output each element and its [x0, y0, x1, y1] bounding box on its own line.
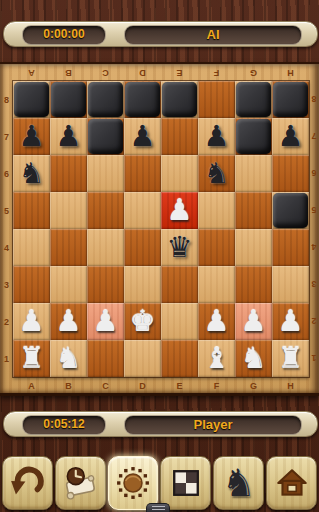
file-labels-bottom: ABCDEFGH [13, 378, 309, 393]
square-b5[interactable] [50, 192, 87, 229]
square-d1[interactable] [124, 340, 161, 377]
file-label-B: B [50, 378, 87, 393]
piece-black-pawn: ♟ [124, 118, 161, 155]
square-h7[interactable]: ♟ [272, 118, 309, 155]
file-label-G: G [235, 378, 272, 393]
square-c5[interactable] [87, 192, 124, 229]
square-g5[interactable] [235, 192, 272, 229]
fog-tile [236, 119, 271, 154]
file-label-A: A [13, 378, 50, 393]
square-e7[interactable] [161, 118, 198, 155]
rank-label-7: 7 [309, 118, 319, 155]
rank-label-1: 1 [0, 340, 13, 377]
square-h8[interactable] [272, 81, 309, 118]
square-e1[interactable] [161, 340, 198, 377]
square-e8[interactable] [161, 81, 198, 118]
square-g8[interactable] [235, 81, 272, 118]
piece-white-king: ♚ [124, 303, 161, 340]
fog-tile [236, 82, 271, 117]
piece-black-pawn: ♟ [13, 118, 50, 155]
fog-tile [88, 82, 123, 117]
file-label-E: E [161, 66, 198, 80]
piece-white-pawn: ♟ [198, 303, 235, 340]
square-h5[interactable] [272, 192, 309, 229]
piece-white-pawn: ♟ [13, 303, 50, 340]
square-c8[interactable] [87, 81, 124, 118]
file-label-H: H [272, 378, 309, 393]
piece-black-knight: ♞ [198, 155, 235, 192]
square-g3[interactable] [235, 266, 272, 303]
piece-white-pawn: ♟ [87, 303, 124, 340]
square-g7[interactable] [235, 118, 272, 155]
piece-white-pawn: ♟ [50, 303, 87, 340]
square-g1[interactable]: ♞ [235, 340, 272, 377]
piece-white-bishop: ♝ [198, 340, 235, 377]
home-button[interactable] [266, 456, 317, 510]
rank-label-2: 2 [309, 303, 319, 340]
square-f3[interactable] [198, 266, 235, 303]
board-squares: ♟♟♟♟♟♞♞♟♛♟♟♟♚♟♟♟♜♞♝♞♜ [13, 81, 309, 377]
fog-tile [125, 82, 160, 117]
piece-white-pawn: ♟ [235, 303, 272, 340]
fog-tile [162, 82, 197, 117]
square-g4[interactable] [235, 229, 272, 266]
square-a4[interactable] [13, 229, 50, 266]
rank-label-6: 6 [309, 155, 319, 192]
checkerboard-icon [167, 464, 205, 502]
player-clock: 0:05:12 [22, 415, 106, 435]
file-label-D: D [124, 378, 161, 393]
rank-label-5: 5 [0, 192, 13, 229]
square-h2[interactable]: ♟ [272, 303, 309, 340]
square-f1[interactable]: ♝ [198, 340, 235, 377]
opponent-hud: 0:00:00 AI [3, 21, 318, 47]
undo-button[interactable] [2, 456, 53, 510]
player-hud: 0:05:12 Player [3, 411, 318, 437]
square-e2[interactable] [161, 303, 198, 340]
file-label-C: C [87, 66, 124, 80]
toolbar: ♞ [0, 456, 319, 510]
rank-labels-right: 87654321 [309, 81, 319, 377]
rank-label-6: 6 [0, 155, 13, 192]
rank-label-8: 8 [0, 81, 13, 118]
square-d7[interactable]: ♟ [124, 118, 161, 155]
square-c3[interactable] [87, 266, 124, 303]
fog-tile [14, 82, 49, 117]
rank-label-4: 4 [309, 229, 319, 266]
file-label-E: E [161, 378, 198, 393]
piece-white-pawn: ♟ [272, 303, 309, 340]
square-b6[interactable] [50, 155, 87, 192]
square-a8[interactable] [13, 81, 50, 118]
home-icon [273, 464, 311, 502]
square-c6[interactable] [87, 155, 124, 192]
file-label-A: A [13, 66, 50, 80]
file-label-B: B [50, 66, 87, 80]
square-d3[interactable] [124, 266, 161, 303]
square-a2[interactable]: ♟ [13, 303, 50, 340]
square-c1[interactable] [87, 340, 124, 377]
board-style-button[interactable] [160, 456, 211, 510]
piece-white-pawn: ♟ [161, 192, 198, 229]
square-f2[interactable]: ♟ [198, 303, 235, 340]
square-e5[interactable]: ♟ [161, 192, 198, 229]
file-label-D: D [124, 66, 161, 80]
file-label-F: F [198, 378, 235, 393]
ai-clock: 0:00:00 [22, 25, 106, 45]
square-b7[interactable]: ♟ [50, 118, 87, 155]
file-labels-top: ABCDEFGH [13, 66, 309, 80]
piece-white-knight: ♞ [235, 340, 272, 377]
rank-label-7: 7 [0, 118, 13, 155]
square-b2[interactable]: ♟ [50, 303, 87, 340]
file-label-H: H [272, 66, 309, 80]
piece-black-pawn: ♟ [198, 118, 235, 155]
square-d4[interactable] [124, 229, 161, 266]
square-e3[interactable] [161, 266, 198, 303]
square-a1[interactable]: ♜ [13, 340, 50, 377]
square-b8[interactable] [50, 81, 87, 118]
square-f4[interactable] [198, 229, 235, 266]
square-b1[interactable]: ♞ [50, 340, 87, 377]
square-c7[interactable] [87, 118, 124, 155]
undo-arrow-icon [8, 464, 46, 502]
rank-label-5: 5 [309, 192, 319, 229]
rank-label-3: 3 [309, 266, 319, 303]
square-f8[interactable] [198, 81, 235, 118]
fog-tile [273, 82, 308, 117]
fog-tile [273, 193, 308, 228]
square-d8[interactable] [124, 81, 161, 118]
ai-name: AI [124, 25, 302, 45]
square-d5[interactable] [124, 192, 161, 229]
scroll-clock-icon [61, 464, 99, 502]
piece-black-queen: ♛ [161, 229, 198, 266]
file-label-G: G [235, 66, 272, 80]
settings-dial-button[interactable] [108, 456, 159, 510]
square-d2[interactable]: ♚ [124, 303, 161, 340]
player-name: Player [124, 415, 302, 435]
square-e6[interactable] [161, 155, 198, 192]
piece-white-rook: ♜ [13, 340, 50, 377]
square-a3[interactable] [13, 266, 50, 303]
square-a6[interactable]: ♞ [13, 155, 50, 192]
square-e4[interactable]: ♛ [161, 229, 198, 266]
pull-tab[interactable] [146, 503, 170, 512]
square-b3[interactable] [50, 266, 87, 303]
rank-labels-left: 87654321 [0, 81, 13, 377]
rank-label-8: 8 [309, 81, 319, 118]
rank-label-4: 4 [0, 229, 13, 266]
file-label-C: C [87, 378, 124, 393]
piece-black-knight: ♞ [13, 155, 50, 192]
move-history-button[interactable] [55, 456, 106, 510]
square-f7[interactable]: ♟ [198, 118, 235, 155]
rank-label-1: 1 [309, 340, 319, 377]
app-screen: 0:00:00 AI ABCDEFGH ABCDEFGH 87654321 87… [0, 0, 319, 512]
square-c2[interactable]: ♟ [87, 303, 124, 340]
square-d6[interactable] [124, 155, 161, 192]
piece-black-pawn: ♟ [50, 118, 87, 155]
square-f5[interactable] [198, 192, 235, 229]
rank-label-2: 2 [0, 303, 13, 340]
piece-style-button[interactable]: ♞ [213, 456, 264, 510]
file-label-F: F [198, 66, 235, 80]
square-a5[interactable] [13, 192, 50, 229]
square-h3[interactable] [272, 266, 309, 303]
dial-icon [114, 464, 152, 502]
fog-tile [51, 82, 86, 117]
square-g2[interactable]: ♟ [235, 303, 272, 340]
square-h1[interactable]: ♜ [272, 340, 309, 377]
square-g6[interactable] [235, 155, 272, 192]
rank-label-3: 3 [0, 266, 13, 303]
square-h4[interactable] [272, 229, 309, 266]
fog-tile [88, 119, 123, 154]
square-c4[interactable] [87, 229, 124, 266]
chess-board: ABCDEFGH ABCDEFGH 87654321 87654321 ♟♟♟♟… [0, 62, 319, 396]
knight-icon: ♞ [222, 458, 256, 508]
piece-white-knight: ♞ [50, 340, 87, 377]
piece-black-pawn: ♟ [272, 118, 309, 155]
square-h6[interactable] [272, 155, 309, 192]
square-f6[interactable]: ♞ [198, 155, 235, 192]
piece-white-rook: ♜ [272, 340, 309, 377]
square-b4[interactable] [50, 229, 87, 266]
square-a7[interactable]: ♟ [13, 118, 50, 155]
